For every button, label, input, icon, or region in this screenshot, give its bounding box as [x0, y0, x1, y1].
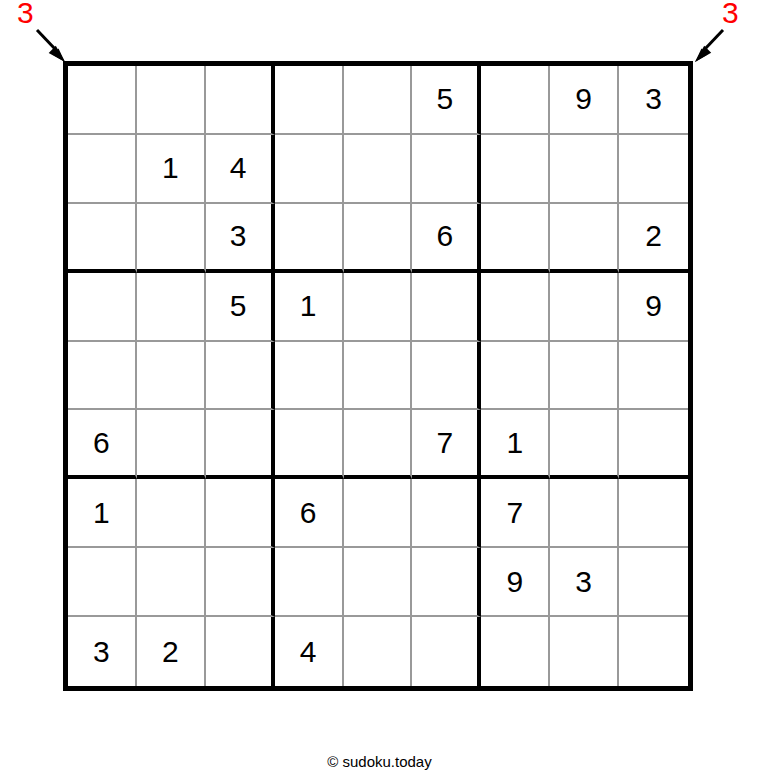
cell-r6c4[interactable]: [275, 410, 344, 479]
cell-r9c5[interactable]: [344, 617, 413, 686]
cell-r9c8[interactable]: [550, 617, 619, 686]
cell-r7c6[interactable]: [412, 479, 481, 548]
diagonal-clue-top-left: 3: [17, 0, 34, 28]
cell-r9c3[interactable]: [206, 617, 275, 686]
sudoku-page: 3 3 5931436251967116793324 © sudoku.toda…: [0, 0, 759, 779]
cell-r2c4[interactable]: [275, 135, 344, 204]
cell-r6c6[interactable]: 7: [412, 410, 481, 479]
cell-r8c1[interactable]: [68, 548, 137, 617]
cell-r1c8[interactable]: 9: [550, 66, 619, 135]
cell-r1c7[interactable]: [481, 66, 550, 135]
cell-r6c2[interactable]: [137, 410, 206, 479]
cell-r6c7[interactable]: 1: [481, 410, 550, 479]
cell-r6c1[interactable]: 6: [68, 410, 137, 479]
cell-r8c7[interactable]: 9: [481, 548, 550, 617]
cell-r3c2[interactable]: [137, 204, 206, 273]
cell-r3c6[interactable]: 6: [412, 204, 481, 273]
cell-r2c5[interactable]: [344, 135, 413, 204]
cell-r4c1[interactable]: [68, 273, 137, 342]
cell-r7c4[interactable]: 6: [275, 479, 344, 548]
cell-r4c6[interactable]: [412, 273, 481, 342]
cell-r2c7[interactable]: [481, 135, 550, 204]
cell-r3c9[interactable]: 2: [619, 204, 688, 273]
cell-r3c7[interactable]: [481, 204, 550, 273]
cell-r3c8[interactable]: [550, 204, 619, 273]
cell-r9c2[interactable]: 2: [137, 617, 206, 686]
diagonal-clue-top-right: 3: [722, 0, 739, 28]
cell-r5c1[interactable]: [68, 342, 137, 411]
cell-r2c3[interactable]: 4: [206, 135, 275, 204]
cell-r7c5[interactable]: [344, 479, 413, 548]
cell-r4c4[interactable]: 1: [275, 273, 344, 342]
cell-r6c5[interactable]: [344, 410, 413, 479]
cell-r7c2[interactable]: [137, 479, 206, 548]
cell-r5c9[interactable]: [619, 342, 688, 411]
cell-r1c9[interactable]: 3: [619, 66, 688, 135]
cell-r4c7[interactable]: [481, 273, 550, 342]
cell-r5c4[interactable]: [275, 342, 344, 411]
cell-r1c1[interactable]: [68, 66, 137, 135]
cell-r1c3[interactable]: [206, 66, 275, 135]
cell-r4c9[interactable]: 9: [619, 273, 688, 342]
cell-r7c3[interactable]: [206, 479, 275, 548]
cell-r3c4[interactable]: [275, 204, 344, 273]
cell-r1c4[interactable]: [275, 66, 344, 135]
cell-r3c3[interactable]: 3: [206, 204, 275, 273]
cell-r3c1[interactable]: [68, 204, 137, 273]
cell-r5c5[interactable]: [344, 342, 413, 411]
cell-r6c9[interactable]: [619, 410, 688, 479]
cell-r7c7[interactable]: 7: [481, 479, 550, 548]
cell-r2c2[interactable]: 1: [137, 135, 206, 204]
cell-r6c8[interactable]: [550, 410, 619, 479]
cell-r5c7[interactable]: [481, 342, 550, 411]
cell-r8c8[interactable]: 3: [550, 548, 619, 617]
cell-r1c6[interactable]: 5: [412, 66, 481, 135]
cell-r5c3[interactable]: [206, 342, 275, 411]
cell-r8c9[interactable]: [619, 548, 688, 617]
cell-r3c5[interactable]: [344, 204, 413, 273]
cell-r8c2[interactable]: [137, 548, 206, 617]
cell-r2c9[interactable]: [619, 135, 688, 204]
cell-r4c5[interactable]: [344, 273, 413, 342]
cell-r5c2[interactable]: [137, 342, 206, 411]
cell-r4c8[interactable]: [550, 273, 619, 342]
sudoku-board: 5931436251967116793324: [63, 61, 693, 691]
cell-r8c6[interactable]: [412, 548, 481, 617]
diagonal-arrow-right-icon: [695, 30, 723, 62]
cell-r4c2[interactable]: [137, 273, 206, 342]
cell-r9c6[interactable]: [412, 617, 481, 686]
cell-r2c6[interactable]: [412, 135, 481, 204]
cell-r7c9[interactable]: [619, 479, 688, 548]
cell-r9c7[interactable]: [481, 617, 550, 686]
cell-r7c8[interactable]: [550, 479, 619, 548]
cell-r2c1[interactable]: [68, 135, 137, 204]
cell-r7c1[interactable]: 1: [68, 479, 137, 548]
cell-r8c4[interactable]: [275, 548, 344, 617]
diagonal-arrow-left-icon: [37, 30, 65, 62]
cell-r4c3[interactable]: 5: [206, 273, 275, 342]
copyright-footer: © sudoku.today: [0, 753, 759, 770]
cell-r5c6[interactable]: [412, 342, 481, 411]
cell-r1c5[interactable]: [344, 66, 413, 135]
cell-r8c3[interactable]: [206, 548, 275, 617]
cell-r2c8[interactable]: [550, 135, 619, 204]
cell-r9c4[interactable]: 4: [275, 617, 344, 686]
cell-r5c8[interactable]: [550, 342, 619, 411]
cell-r1c2[interactable]: [137, 66, 206, 135]
cell-r9c9[interactable]: [619, 617, 688, 686]
cell-r8c5[interactable]: [344, 548, 413, 617]
cell-r6c3[interactable]: [206, 410, 275, 479]
cell-r9c1[interactable]: 3: [68, 617, 137, 686]
